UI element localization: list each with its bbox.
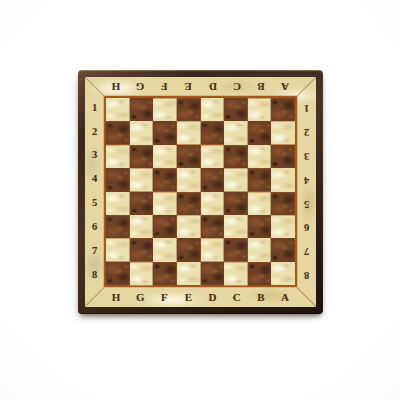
square-d7[interactable] <box>201 238 225 261</box>
rank-label-2: 2 <box>92 120 97 144</box>
square-e7[interactable] <box>177 238 201 261</box>
file-label-F: F <box>152 292 176 303</box>
square-e3[interactable] <box>177 145 201 168</box>
amber-border: HGFEDCBA 12345678 12345678 HGFEDCBA <box>85 77 316 307</box>
square-b5[interactable] <box>248 192 272 215</box>
square-c7[interactable] <box>224 238 248 261</box>
rank-label-7: 7 <box>92 239 97 263</box>
file-label-B: B <box>249 81 273 92</box>
square-g2[interactable] <box>130 121 154 144</box>
file-label-G: G <box>128 292 152 303</box>
rank-labels-right: 12345678 <box>297 96 316 287</box>
square-h6[interactable] <box>106 215 130 238</box>
file-label-A: A <box>273 292 297 303</box>
square-a4[interactable] <box>271 168 295 191</box>
square-c1[interactable] <box>224 98 248 121</box>
square-c8[interactable] <box>224 262 248 285</box>
file-label-B: B <box>249 292 273 303</box>
square-h3[interactable] <box>106 145 130 168</box>
rank-label-4: 4 <box>304 168 309 192</box>
border-corner-top-right <box>297 77 316 96</box>
square-b4[interactable] <box>248 168 272 191</box>
rank-label-8: 8 <box>92 263 97 287</box>
square-h5[interactable] <box>106 192 130 215</box>
rank-labels-left: 12345678 <box>85 96 104 287</box>
square-b6[interactable] <box>248 215 272 238</box>
square-c4[interactable] <box>224 168 248 191</box>
square-g8[interactable] <box>130 262 154 285</box>
rank-label-5: 5 <box>304 192 309 216</box>
square-d6[interactable] <box>201 215 225 238</box>
square-d8[interactable] <box>201 262 225 285</box>
board-grid <box>106 98 295 285</box>
square-h7[interactable] <box>106 238 130 261</box>
rank-label-5: 5 <box>92 192 97 216</box>
file-label-E: E <box>176 292 200 303</box>
square-d1[interactable] <box>201 98 225 121</box>
square-h4[interactable] <box>106 168 130 191</box>
square-e1[interactable] <box>177 98 201 121</box>
square-f7[interactable] <box>153 238 177 261</box>
border-corner-bottom-right <box>297 287 316 307</box>
square-e2[interactable] <box>177 121 201 144</box>
square-c5[interactable] <box>224 192 248 215</box>
square-a3[interactable] <box>271 145 295 168</box>
square-g5[interactable] <box>130 192 154 215</box>
rank-label-8: 8 <box>304 263 309 287</box>
square-g6[interactable] <box>130 215 154 238</box>
square-d4[interactable] <box>201 168 225 191</box>
file-label-G: G <box>128 81 152 92</box>
square-d5[interactable] <box>201 192 225 215</box>
file-labels-bottom: HGFEDCBA <box>104 287 297 307</box>
square-f8[interactable] <box>153 262 177 285</box>
file-label-C: C <box>225 292 249 303</box>
rank-label-3: 3 <box>92 144 97 168</box>
rank-label-7: 7 <box>304 239 309 263</box>
file-label-E: E <box>176 81 200 92</box>
square-a6[interactable] <box>271 215 295 238</box>
square-d2[interactable] <box>201 121 225 144</box>
rank-label-4: 4 <box>92 168 97 192</box>
file-labels-top: HGFEDCBA <box>104 77 297 96</box>
square-b3[interactable] <box>248 145 272 168</box>
square-f6[interactable] <box>153 215 177 238</box>
square-h1[interactable] <box>106 98 130 121</box>
board-inner-frame <box>104 96 297 287</box>
file-label-D: D <box>201 81 225 92</box>
square-c6[interactable] <box>224 215 248 238</box>
file-label-H: H <box>104 81 128 92</box>
square-c2[interactable] <box>224 121 248 144</box>
rank-label-3: 3 <box>304 144 309 168</box>
border-corner-top-left <box>85 77 104 96</box>
file-label-A: A <box>273 81 297 92</box>
square-f3[interactable] <box>153 145 177 168</box>
square-a2[interactable] <box>271 121 295 144</box>
rank-label-2: 2 <box>304 120 309 144</box>
square-h8[interactable] <box>106 262 130 285</box>
rank-label-1: 1 <box>92 96 97 120</box>
square-a7[interactable] <box>271 238 295 261</box>
square-f2[interactable] <box>153 121 177 144</box>
square-g1[interactable] <box>130 98 154 121</box>
square-f1[interactable] <box>153 98 177 121</box>
file-label-C: C <box>225 81 249 92</box>
rank-label-6: 6 <box>92 215 97 239</box>
square-c3[interactable] <box>224 145 248 168</box>
rank-label-1: 1 <box>304 96 309 120</box>
square-e8[interactable] <box>177 262 201 285</box>
square-g4[interactable] <box>130 168 154 191</box>
file-label-D: D <box>201 292 225 303</box>
square-e5[interactable] <box>177 192 201 215</box>
square-b2[interactable] <box>248 121 272 144</box>
square-a5[interactable] <box>271 192 295 215</box>
square-b8[interactable] <box>248 262 272 285</box>
square-b7[interactable] <box>248 238 272 261</box>
square-f5[interactable] <box>153 192 177 215</box>
square-e6[interactable] <box>177 215 201 238</box>
square-e4[interactable] <box>177 168 201 191</box>
square-f4[interactable] <box>153 168 177 191</box>
rank-label-6: 6 <box>304 215 309 239</box>
file-label-F: F <box>152 81 176 92</box>
square-g7[interactable] <box>130 238 154 261</box>
square-a8[interactable] <box>271 262 295 285</box>
border-corner-bottom-left <box>85 287 104 307</box>
square-d3[interactable] <box>201 145 225 168</box>
square-h2[interactable] <box>106 121 130 144</box>
chess-board: HGFEDCBA 12345678 12345678 HGFEDCBA <box>78 70 323 314</box>
file-label-H: H <box>104 292 128 303</box>
square-g3[interactable] <box>130 145 154 168</box>
square-a1[interactable] <box>271 98 295 121</box>
photo-background: HGFEDCBA 12345678 12345678 HGFEDCBA <box>0 0 400 400</box>
square-b1[interactable] <box>248 98 272 121</box>
